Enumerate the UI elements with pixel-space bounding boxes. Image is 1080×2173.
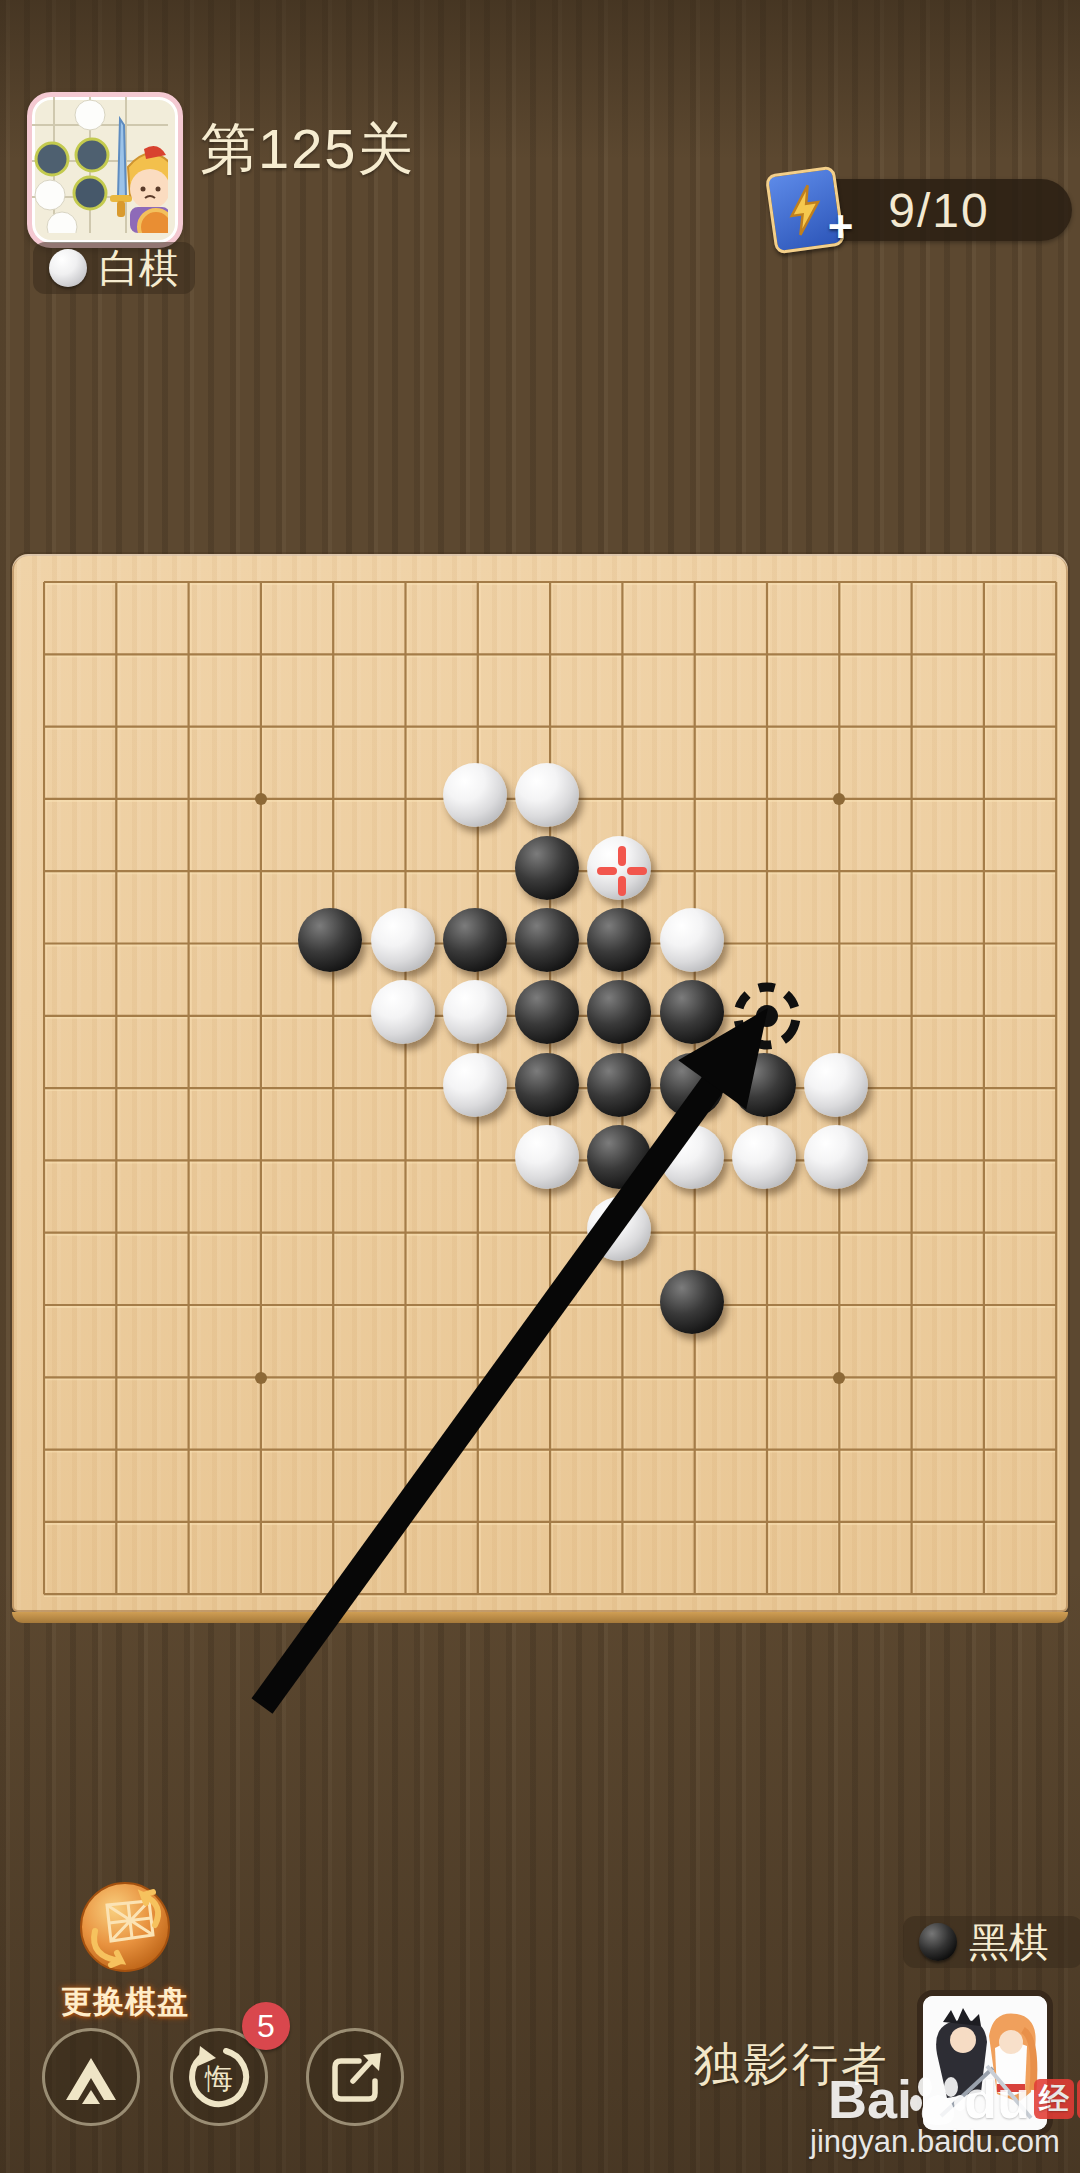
share-button[interactable] <box>306 2028 404 2126</box>
star-point <box>833 1372 845 1384</box>
stone-black <box>587 1053 651 1117</box>
gomoku-level-screen: { "game": "gomoku (五子棋) level puzzle, 15… <box>0 0 1080 2173</box>
player-side-indicator: 白棋 <box>33 242 195 294</box>
black-stone-icon <box>919 1923 957 1961</box>
stone-black <box>660 1053 724 1117</box>
jingyan-badge: 经 验 <box>1034 2079 1080 2119</box>
undo-count: 5 <box>257 2008 275 2045</box>
stone-white <box>443 763 507 827</box>
stone-black <box>443 908 507 972</box>
white-stone-icon <box>49 249 87 287</box>
stone-black <box>515 980 579 1044</box>
jingyan-badge-char-1: 经 <box>1034 2079 1074 2119</box>
change-board-label: 更换棋盘 <box>45 1981 205 2023</box>
stone-black <box>515 1053 579 1117</box>
stone-black <box>515 908 579 972</box>
stone-black <box>587 908 651 972</box>
lightning-bolt-icon <box>782 181 829 238</box>
up-arrow-icon <box>60 2048 122 2106</box>
stone-white <box>443 1053 507 1117</box>
opponent-side-label: 黑棋 <box>969 1915 1049 1970</box>
stone-white <box>804 1125 868 1189</box>
board-bottom-edge <box>12 1612 1068 1623</box>
energy-count: 9/10 <box>888 183 989 238</box>
last-move-cross-marker <box>597 846 647 900</box>
stone-white <box>515 1125 579 1189</box>
undo-char: 悔 <box>204 2063 233 2094</box>
energy-plus: + <box>828 202 854 252</box>
baidu-watermark-logo: Bai du 经 验 <box>828 2068 1080 2130</box>
board-swap-icon <box>77 1879 173 1975</box>
suggested-move-marker[interactable] <box>727 976 807 1060</box>
opponent-side-indicator: 黑棋 <box>903 1916 1080 1968</box>
mini-board-knight-art <box>32 97 168 233</box>
share-icon <box>325 2047 385 2107</box>
watermark-url: jingyan.baidu.com <box>790 2124 1080 2160</box>
undo-count-badge: 5 <box>242 2002 290 2050</box>
stone-black <box>660 980 724 1044</box>
player-side-label: 白棋 <box>99 241 179 296</box>
gomoku-board[interactable] <box>12 554 1068 1612</box>
change-board-button[interactable]: 更换棋盘 <box>45 1879 205 2023</box>
undo-circle-icon: 悔 <box>186 2044 252 2110</box>
level-title: 第125关 <box>200 112 415 188</box>
stone-white <box>371 980 435 1044</box>
star-point <box>255 1372 267 1384</box>
baidu-logo-text-left: Bai <box>828 2068 912 2130</box>
stone-white <box>660 1125 724 1189</box>
lightning-card-icon[interactable]: + <box>765 166 845 255</box>
stone-white <box>443 980 507 1044</box>
stone-black <box>587 1125 651 1189</box>
stone-black <box>732 1053 796 1117</box>
stone-white <box>732 1125 796 1189</box>
baidu-logo-text-right: du <box>964 2068 1030 2130</box>
hint-button[interactable] <box>42 2028 140 2126</box>
stone-black <box>660 1270 724 1334</box>
level-avatar[interactable] <box>27 92 183 248</box>
stone-white <box>660 908 724 972</box>
stone-black <box>515 836 579 900</box>
stone-white <box>804 1053 868 1117</box>
stone-white <box>371 908 435 972</box>
baidu-paw-icon <box>910 2071 966 2127</box>
stone-black <box>298 908 362 972</box>
